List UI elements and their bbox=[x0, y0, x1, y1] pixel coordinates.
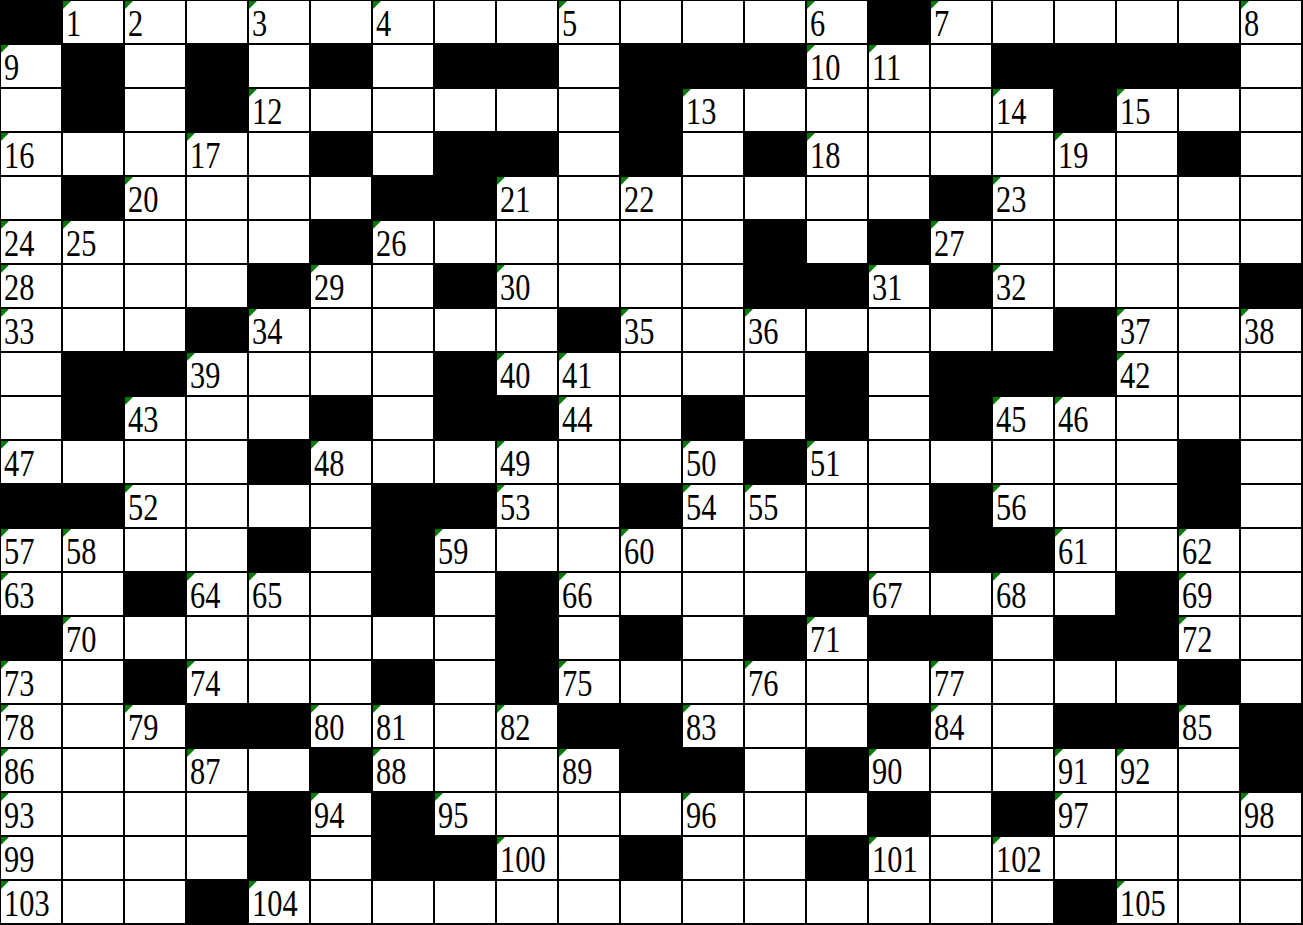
white-cell-r5c2[interactable] bbox=[125, 221, 187, 265]
white-cell-r0c20[interactable]: 8 bbox=[1241, 1, 1303, 45]
white-cell-r16c12[interactable] bbox=[745, 705, 807, 749]
white-cell-r12c12[interactable] bbox=[745, 529, 807, 573]
white-cell-r7c16[interactable] bbox=[993, 309, 1055, 353]
white-cell-r0c3[interactable] bbox=[187, 1, 249, 45]
white-cell-r3c6[interactable] bbox=[373, 133, 435, 177]
white-cell-r0c5[interactable] bbox=[311, 1, 373, 45]
white-cell-r9c12[interactable] bbox=[745, 397, 807, 441]
white-cell-r10c2[interactable] bbox=[125, 441, 187, 485]
white-cell-r19c12[interactable] bbox=[745, 837, 807, 881]
white-cell-r1c2[interactable] bbox=[125, 45, 187, 89]
white-cell-r18c5[interactable]: 94 bbox=[311, 793, 373, 837]
white-cell-r7c14[interactable] bbox=[869, 309, 931, 353]
white-cell-r7c8[interactable] bbox=[497, 309, 559, 353]
white-cell-r8c6[interactable] bbox=[373, 353, 435, 397]
white-cell-r12c19[interactable]: 62 bbox=[1179, 529, 1241, 573]
white-cell-r1c0[interactable]: 9 bbox=[1, 45, 63, 89]
white-cell-r16c11[interactable]: 83 bbox=[683, 705, 745, 749]
white-cell-r8c8[interactable]: 40 bbox=[497, 353, 559, 397]
white-cell-r17c19[interactable] bbox=[1179, 749, 1241, 793]
white-cell-r0c8[interactable] bbox=[497, 1, 559, 45]
white-cell-r9c6[interactable] bbox=[373, 397, 435, 441]
white-cell-r8c18[interactable]: 42 bbox=[1117, 353, 1179, 397]
white-cell-r13c9[interactable]: 66 bbox=[559, 573, 621, 617]
white-cell-r20c4[interactable]: 104 bbox=[249, 881, 311, 925]
white-cell-r6c9[interactable] bbox=[559, 265, 621, 309]
white-cell-r13c3[interactable]: 64 bbox=[187, 573, 249, 617]
white-cell-r12c1[interactable]: 58 bbox=[63, 529, 125, 573]
white-cell-r13c17[interactable] bbox=[1055, 573, 1117, 617]
white-cell-r19c8[interactable]: 100 bbox=[497, 837, 559, 881]
white-cell-r7c19[interactable] bbox=[1179, 309, 1241, 353]
white-cell-r17c3[interactable]: 87 bbox=[187, 749, 249, 793]
white-cell-r5c7[interactable] bbox=[435, 221, 497, 265]
white-cell-r12c17[interactable]: 61 bbox=[1055, 529, 1117, 573]
white-cell-r16c2[interactable]: 79 bbox=[125, 705, 187, 749]
white-cell-r2c12[interactable] bbox=[745, 89, 807, 133]
white-cell-r6c5[interactable]: 29 bbox=[311, 265, 373, 309]
white-cell-r0c19[interactable] bbox=[1179, 1, 1241, 45]
white-cell-r7c1[interactable] bbox=[63, 309, 125, 353]
white-cell-r19c11[interactable] bbox=[683, 837, 745, 881]
white-cell-r13c10[interactable] bbox=[621, 573, 683, 617]
white-cell-r0c6[interactable]: 4 bbox=[373, 1, 435, 45]
white-cell-r18c3[interactable] bbox=[187, 793, 249, 837]
white-cell-r19c20[interactable] bbox=[1241, 837, 1303, 881]
white-cell-r15c20[interactable] bbox=[1241, 661, 1303, 705]
white-cell-r18c15[interactable] bbox=[931, 793, 993, 837]
white-cell-r19c0[interactable]: 99 bbox=[1, 837, 63, 881]
white-cell-r2c15[interactable] bbox=[931, 89, 993, 133]
white-cell-r18c19[interactable] bbox=[1179, 793, 1241, 837]
white-cell-r6c3[interactable] bbox=[187, 265, 249, 309]
white-cell-r0c13[interactable]: 6 bbox=[807, 1, 869, 45]
white-cell-r11c20[interactable] bbox=[1241, 485, 1303, 529]
white-cell-r1c20[interactable] bbox=[1241, 45, 1303, 89]
white-cell-r10c1[interactable] bbox=[63, 441, 125, 485]
white-cell-r13c5[interactable] bbox=[311, 573, 373, 617]
white-cell-r9c2[interactable]: 43 bbox=[125, 397, 187, 441]
white-cell-r11c11[interactable]: 54 bbox=[683, 485, 745, 529]
white-cell-r18c2[interactable] bbox=[125, 793, 187, 837]
white-cell-r20c14[interactable] bbox=[869, 881, 931, 925]
white-cell-r19c1[interactable] bbox=[63, 837, 125, 881]
white-cell-r14c1[interactable]: 70 bbox=[63, 617, 125, 661]
white-cell-r19c5[interactable] bbox=[311, 837, 373, 881]
white-cell-r20c7[interactable] bbox=[435, 881, 497, 925]
white-cell-r8c12[interactable] bbox=[745, 353, 807, 397]
white-cell-r4c4[interactable] bbox=[249, 177, 311, 221]
white-cell-r20c0[interactable]: 103 bbox=[1, 881, 63, 925]
white-cell-r11c3[interactable] bbox=[187, 485, 249, 529]
white-cell-r5c19[interactable] bbox=[1179, 221, 1241, 265]
white-cell-r16c15[interactable]: 84 bbox=[931, 705, 993, 749]
white-cell-r11c18[interactable] bbox=[1117, 485, 1179, 529]
white-cell-r6c16[interactable]: 32 bbox=[993, 265, 1055, 309]
white-cell-r15c12[interactable]: 76 bbox=[745, 661, 807, 705]
white-cell-r10c8[interactable]: 49 bbox=[497, 441, 559, 485]
white-cell-r13c12[interactable] bbox=[745, 573, 807, 617]
white-cell-r3c4[interactable] bbox=[249, 133, 311, 177]
white-cell-r16c16[interactable] bbox=[993, 705, 1055, 749]
white-cell-r20c8[interactable] bbox=[497, 881, 559, 925]
white-cell-r3c3[interactable]: 17 bbox=[187, 133, 249, 177]
white-cell-r10c16[interactable] bbox=[993, 441, 1055, 485]
white-cell-r20c2[interactable] bbox=[125, 881, 187, 925]
white-cell-r15c17[interactable] bbox=[1055, 661, 1117, 705]
white-cell-r10c20[interactable] bbox=[1241, 441, 1303, 485]
white-cell-r1c9[interactable] bbox=[559, 45, 621, 89]
white-cell-r4c19[interactable] bbox=[1179, 177, 1241, 221]
white-cell-r18c13[interactable] bbox=[807, 793, 869, 837]
white-cell-r19c9[interactable] bbox=[559, 837, 621, 881]
white-cell-r15c0[interactable]: 73 bbox=[1, 661, 63, 705]
white-cell-r4c16[interactable]: 23 bbox=[993, 177, 1055, 221]
white-cell-r9c18[interactable] bbox=[1117, 397, 1179, 441]
white-cell-r17c18[interactable]: 92 bbox=[1117, 749, 1179, 793]
white-cell-r6c6[interactable] bbox=[373, 265, 435, 309]
white-cell-r17c4[interactable] bbox=[249, 749, 311, 793]
white-cell-r5c8[interactable] bbox=[497, 221, 559, 265]
white-cell-r17c1[interactable] bbox=[63, 749, 125, 793]
white-cell-r6c17[interactable] bbox=[1055, 265, 1117, 309]
white-cell-r18c10[interactable] bbox=[621, 793, 683, 837]
white-cell-r15c11[interactable] bbox=[683, 661, 745, 705]
white-cell-r11c12[interactable]: 55 bbox=[745, 485, 807, 529]
white-cell-r12c10[interactable]: 60 bbox=[621, 529, 683, 573]
white-cell-r7c18[interactable]: 37 bbox=[1117, 309, 1179, 353]
white-cell-r2c9[interactable] bbox=[559, 89, 621, 133]
white-cell-r15c9[interactable]: 75 bbox=[559, 661, 621, 705]
white-cell-r3c20[interactable] bbox=[1241, 133, 1303, 177]
white-cell-r14c11[interactable] bbox=[683, 617, 745, 661]
white-cell-r20c9[interactable] bbox=[559, 881, 621, 925]
white-cell-r11c5[interactable] bbox=[311, 485, 373, 529]
white-cell-r4c18[interactable] bbox=[1117, 177, 1179, 221]
white-cell-r4c14[interactable] bbox=[869, 177, 931, 221]
white-cell-r10c7[interactable] bbox=[435, 441, 497, 485]
white-cell-r15c10[interactable] bbox=[621, 661, 683, 705]
white-cell-r10c9[interactable] bbox=[559, 441, 621, 485]
white-cell-r9c0[interactable] bbox=[1, 397, 63, 441]
white-cell-r19c19[interactable] bbox=[1179, 837, 1241, 881]
white-cell-r6c8[interactable]: 30 bbox=[497, 265, 559, 309]
white-cell-r12c18[interactable] bbox=[1117, 529, 1179, 573]
white-cell-r7c2[interactable] bbox=[125, 309, 187, 353]
white-cell-r5c13[interactable] bbox=[807, 221, 869, 265]
white-cell-r15c5[interactable] bbox=[311, 661, 373, 705]
white-cell-r3c15[interactable] bbox=[931, 133, 993, 177]
white-cell-r15c18[interactable] bbox=[1117, 661, 1179, 705]
white-cell-r9c19[interactable] bbox=[1179, 397, 1241, 441]
white-cell-r7c4[interactable]: 34 bbox=[249, 309, 311, 353]
white-cell-r19c17[interactable] bbox=[1055, 837, 1117, 881]
white-cell-r11c9[interactable] bbox=[559, 485, 621, 529]
white-cell-r6c14[interactable]: 31 bbox=[869, 265, 931, 309]
white-cell-r17c8[interactable] bbox=[497, 749, 559, 793]
white-cell-r2c11[interactable]: 13 bbox=[683, 89, 745, 133]
white-cell-r8c9[interactable]: 41 bbox=[559, 353, 621, 397]
white-cell-r13c7[interactable] bbox=[435, 573, 497, 617]
white-cell-r16c8[interactable]: 82 bbox=[497, 705, 559, 749]
white-cell-r8c5[interactable] bbox=[311, 353, 373, 397]
white-cell-r11c2[interactable]: 52 bbox=[125, 485, 187, 529]
white-cell-r7c15[interactable] bbox=[931, 309, 993, 353]
white-cell-r3c9[interactable] bbox=[559, 133, 621, 177]
white-cell-r3c13[interactable]: 18 bbox=[807, 133, 869, 177]
white-cell-r2c0[interactable] bbox=[1, 89, 63, 133]
white-cell-r14c3[interactable] bbox=[187, 617, 249, 661]
white-cell-r15c14[interactable] bbox=[869, 661, 931, 705]
white-cell-r13c14[interactable]: 67 bbox=[869, 573, 931, 617]
white-cell-r3c17[interactable]: 19 bbox=[1055, 133, 1117, 177]
white-cell-r8c11[interactable] bbox=[683, 353, 745, 397]
white-cell-r7c12[interactable]: 36 bbox=[745, 309, 807, 353]
white-cell-r17c17[interactable]: 91 bbox=[1055, 749, 1117, 793]
white-cell-r4c9[interactable] bbox=[559, 177, 621, 221]
white-cell-r14c9[interactable] bbox=[559, 617, 621, 661]
white-cell-r0c15[interactable]: 7 bbox=[931, 1, 993, 45]
white-cell-r18c7[interactable]: 95 bbox=[435, 793, 497, 837]
white-cell-r4c17[interactable] bbox=[1055, 177, 1117, 221]
white-cell-r17c2[interactable] bbox=[125, 749, 187, 793]
white-cell-r2c14[interactable] bbox=[869, 89, 931, 133]
white-cell-r13c16[interactable]: 68 bbox=[993, 573, 1055, 617]
white-cell-r11c4[interactable] bbox=[249, 485, 311, 529]
white-cell-r2c18[interactable]: 15 bbox=[1117, 89, 1179, 133]
white-cell-r9c20[interactable] bbox=[1241, 397, 1303, 441]
white-cell-r12c9[interactable] bbox=[559, 529, 621, 573]
white-cell-r0c9[interactable]: 5 bbox=[559, 1, 621, 45]
white-cell-r12c7[interactable]: 59 bbox=[435, 529, 497, 573]
white-cell-r5c20[interactable] bbox=[1241, 221, 1303, 265]
white-cell-r3c18[interactable] bbox=[1117, 133, 1179, 177]
white-cell-r9c17[interactable]: 46 bbox=[1055, 397, 1117, 441]
white-cell-r6c10[interactable] bbox=[621, 265, 683, 309]
white-cell-r2c7[interactable] bbox=[435, 89, 497, 133]
white-cell-r7c6[interactable] bbox=[373, 309, 435, 353]
white-cell-r13c0[interactable]: 63 bbox=[1, 573, 63, 617]
white-cell-r8c3[interactable]: 39 bbox=[187, 353, 249, 397]
white-cell-r0c16[interactable] bbox=[993, 1, 1055, 45]
white-cell-r0c12[interactable] bbox=[745, 1, 807, 45]
white-cell-r2c4[interactable]: 12 bbox=[249, 89, 311, 133]
white-cell-r18c11[interactable]: 96 bbox=[683, 793, 745, 837]
white-cell-r20c6[interactable] bbox=[373, 881, 435, 925]
white-cell-r7c7[interactable] bbox=[435, 309, 497, 353]
white-cell-r19c2[interactable] bbox=[125, 837, 187, 881]
white-cell-r10c10[interactable] bbox=[621, 441, 683, 485]
white-cell-r20c10[interactable] bbox=[621, 881, 683, 925]
white-cell-r7c11[interactable] bbox=[683, 309, 745, 353]
white-cell-r10c5[interactable]: 48 bbox=[311, 441, 373, 485]
white-cell-r10c0[interactable]: 47 bbox=[1, 441, 63, 485]
white-cell-r16c1[interactable] bbox=[63, 705, 125, 749]
white-cell-r16c0[interactable]: 78 bbox=[1, 705, 63, 749]
white-cell-r16c5[interactable]: 80 bbox=[311, 705, 373, 749]
white-cell-r3c0[interactable]: 16 bbox=[1, 133, 63, 177]
white-cell-r2c13[interactable] bbox=[807, 89, 869, 133]
white-cell-r4c11[interactable] bbox=[683, 177, 745, 221]
white-cell-r18c1[interactable] bbox=[63, 793, 125, 837]
white-cell-r15c3[interactable]: 74 bbox=[187, 661, 249, 705]
white-cell-r17c9[interactable]: 89 bbox=[559, 749, 621, 793]
white-cell-r8c4[interactable] bbox=[249, 353, 311, 397]
white-cell-r6c11[interactable] bbox=[683, 265, 745, 309]
white-cell-r7c5[interactable] bbox=[311, 309, 373, 353]
white-cell-r7c20[interactable]: 38 bbox=[1241, 309, 1303, 353]
white-cell-r16c13[interactable] bbox=[807, 705, 869, 749]
white-cell-r18c18[interactable] bbox=[1117, 793, 1179, 837]
white-cell-r0c11[interactable] bbox=[683, 1, 745, 45]
white-cell-r5c16[interactable] bbox=[993, 221, 1055, 265]
white-cell-r16c6[interactable]: 81 bbox=[373, 705, 435, 749]
white-cell-r14c4[interactable] bbox=[249, 617, 311, 661]
white-cell-r2c6[interactable] bbox=[373, 89, 435, 133]
white-cell-r4c12[interactable] bbox=[745, 177, 807, 221]
white-cell-r15c7[interactable] bbox=[435, 661, 497, 705]
white-cell-r5c0[interactable]: 24 bbox=[1, 221, 63, 265]
white-cell-r15c4[interactable] bbox=[249, 661, 311, 705]
white-cell-r18c8[interactable] bbox=[497, 793, 559, 837]
white-cell-r2c19[interactable] bbox=[1179, 89, 1241, 133]
white-cell-r8c10[interactable] bbox=[621, 353, 683, 397]
white-cell-r19c3[interactable] bbox=[187, 837, 249, 881]
white-cell-r12c14[interactable] bbox=[869, 529, 931, 573]
white-cell-r0c10[interactable] bbox=[621, 1, 683, 45]
white-cell-r1c13[interactable]: 10 bbox=[807, 45, 869, 89]
white-cell-r9c3[interactable] bbox=[187, 397, 249, 441]
white-cell-r9c10[interactable] bbox=[621, 397, 683, 441]
white-cell-r4c2[interactable]: 20 bbox=[125, 177, 187, 221]
white-cell-r14c6[interactable] bbox=[373, 617, 435, 661]
white-cell-r19c18[interactable] bbox=[1117, 837, 1179, 881]
white-cell-r0c4[interactable]: 3 bbox=[249, 1, 311, 45]
white-cell-r18c20[interactable]: 98 bbox=[1241, 793, 1303, 837]
white-cell-r12c5[interactable] bbox=[311, 529, 373, 573]
white-cell-r17c0[interactable]: 86 bbox=[1, 749, 63, 793]
white-cell-r14c16[interactable] bbox=[993, 617, 1055, 661]
white-cell-r12c20[interactable] bbox=[1241, 529, 1303, 573]
white-cell-r11c16[interactable]: 56 bbox=[993, 485, 1055, 529]
white-cell-r5c10[interactable] bbox=[621, 221, 683, 265]
white-cell-r10c6[interactable] bbox=[373, 441, 435, 485]
white-cell-r17c7[interactable] bbox=[435, 749, 497, 793]
white-cell-r4c10[interactable]: 22 bbox=[621, 177, 683, 221]
white-cell-r5c11[interactable] bbox=[683, 221, 745, 265]
white-cell-r13c11[interactable] bbox=[683, 573, 745, 617]
white-cell-r18c12[interactable] bbox=[745, 793, 807, 837]
white-cell-r2c2[interactable] bbox=[125, 89, 187, 133]
white-cell-r17c14[interactable]: 90 bbox=[869, 749, 931, 793]
white-cell-r16c19[interactable]: 85 bbox=[1179, 705, 1241, 749]
white-cell-r13c4[interactable]: 65 bbox=[249, 573, 311, 617]
white-cell-r9c4[interactable] bbox=[249, 397, 311, 441]
white-cell-r6c18[interactable] bbox=[1117, 265, 1179, 309]
white-cell-r14c2[interactable] bbox=[125, 617, 187, 661]
white-cell-r3c1[interactable] bbox=[63, 133, 125, 177]
white-cell-r10c13[interactable]: 51 bbox=[807, 441, 869, 485]
white-cell-r15c16[interactable] bbox=[993, 661, 1055, 705]
white-cell-r9c14[interactable] bbox=[869, 397, 931, 441]
white-cell-r6c0[interactable]: 28 bbox=[1, 265, 63, 309]
white-cell-r5c1[interactable]: 25 bbox=[63, 221, 125, 265]
white-cell-r14c13[interactable]: 71 bbox=[807, 617, 869, 661]
white-cell-r3c11[interactable] bbox=[683, 133, 745, 177]
white-cell-r4c20[interactable] bbox=[1241, 177, 1303, 221]
white-cell-r5c17[interactable] bbox=[1055, 221, 1117, 265]
white-cell-r6c19[interactable] bbox=[1179, 265, 1241, 309]
white-cell-r7c10[interactable]: 35 bbox=[621, 309, 683, 353]
white-cell-r18c0[interactable]: 93 bbox=[1, 793, 63, 837]
white-cell-r20c1[interactable] bbox=[63, 881, 125, 925]
white-cell-r8c19[interactable] bbox=[1179, 353, 1241, 397]
white-cell-r5c6[interactable]: 26 bbox=[373, 221, 435, 265]
white-cell-r12c11[interactable] bbox=[683, 529, 745, 573]
white-cell-r3c2[interactable] bbox=[125, 133, 187, 177]
white-cell-r12c0[interactable]: 57 bbox=[1, 529, 63, 573]
white-cell-r8c14[interactable] bbox=[869, 353, 931, 397]
white-cell-r0c17[interactable] bbox=[1055, 1, 1117, 45]
white-cell-r13c20[interactable] bbox=[1241, 573, 1303, 617]
white-cell-r1c4[interactable] bbox=[249, 45, 311, 89]
white-cell-r3c16[interactable] bbox=[993, 133, 1055, 177]
white-cell-r20c18[interactable]: 105 bbox=[1117, 881, 1179, 925]
white-cell-r17c6[interactable]: 88 bbox=[373, 749, 435, 793]
white-cell-r6c2[interactable] bbox=[125, 265, 187, 309]
white-cell-r14c19[interactable]: 72 bbox=[1179, 617, 1241, 661]
white-cell-r4c8[interactable]: 21 bbox=[497, 177, 559, 221]
white-cell-r10c3[interactable] bbox=[187, 441, 249, 485]
white-cell-r8c0[interactable] bbox=[1, 353, 63, 397]
white-cell-r15c15[interactable]: 77 bbox=[931, 661, 993, 705]
white-cell-r17c12[interactable] bbox=[745, 749, 807, 793]
white-cell-r14c20[interactable] bbox=[1241, 617, 1303, 661]
white-cell-r5c4[interactable] bbox=[249, 221, 311, 265]
white-cell-r10c15[interactable] bbox=[931, 441, 993, 485]
white-cell-r11c14[interactable] bbox=[869, 485, 931, 529]
white-cell-r2c5[interactable] bbox=[311, 89, 373, 133]
white-cell-r2c8[interactable] bbox=[497, 89, 559, 133]
white-cell-r10c18[interactable] bbox=[1117, 441, 1179, 485]
white-cell-r8c20[interactable] bbox=[1241, 353, 1303, 397]
white-cell-r17c16[interactable] bbox=[993, 749, 1055, 793]
white-cell-r14c5[interactable] bbox=[311, 617, 373, 661]
white-cell-r12c3[interactable] bbox=[187, 529, 249, 573]
white-cell-r17c15[interactable] bbox=[931, 749, 993, 793]
white-cell-r2c20[interactable] bbox=[1241, 89, 1303, 133]
white-cell-r4c3[interactable] bbox=[187, 177, 249, 221]
white-cell-r9c9[interactable]: 44 bbox=[559, 397, 621, 441]
white-cell-r14c7[interactable] bbox=[435, 617, 497, 661]
white-cell-r0c2[interactable]: 2 bbox=[125, 1, 187, 45]
white-cell-r20c12[interactable] bbox=[745, 881, 807, 925]
white-cell-r2c16[interactable]: 14 bbox=[993, 89, 1055, 133]
white-cell-r13c15[interactable] bbox=[931, 573, 993, 617]
white-cell-r19c16[interactable]: 102 bbox=[993, 837, 1055, 881]
white-cell-r4c5[interactable] bbox=[311, 177, 373, 221]
white-cell-r20c13[interactable] bbox=[807, 881, 869, 925]
white-cell-r20c5[interactable] bbox=[311, 881, 373, 925]
white-cell-r20c11[interactable] bbox=[683, 881, 745, 925]
white-cell-r1c6[interactable] bbox=[373, 45, 435, 89]
white-cell-r0c18[interactable] bbox=[1117, 1, 1179, 45]
white-cell-r19c15[interactable] bbox=[931, 837, 993, 881]
white-cell-r20c20[interactable] bbox=[1241, 881, 1303, 925]
white-cell-r20c16[interactable] bbox=[993, 881, 1055, 925]
white-cell-r1c14[interactable]: 11 bbox=[869, 45, 931, 89]
white-cell-r18c17[interactable]: 97 bbox=[1055, 793, 1117, 837]
